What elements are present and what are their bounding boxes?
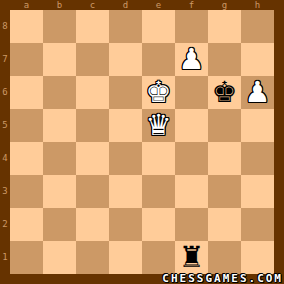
square-h2 — [241, 208, 274, 241]
square-h5 — [241, 109, 274, 142]
square-a4 — [10, 142, 43, 175]
square-a3 — [10, 175, 43, 208]
rank-label-6: 6 — [0, 76, 10, 109]
square-e6: ♚ — [142, 76, 175, 109]
square-g5 — [208, 109, 241, 142]
square-d7 — [109, 43, 142, 76]
file-label-g: g — [208, 0, 241, 10]
square-e2 — [142, 208, 175, 241]
square-f6 — [175, 76, 208, 109]
rank-label-4: 4 — [0, 142, 10, 175]
rank-label-8: 8 — [0, 10, 10, 43]
square-a6 — [10, 76, 43, 109]
file-label-b: b — [43, 0, 76, 10]
square-d5 — [109, 109, 142, 142]
file-labels: abcdefgh — [10, 0, 274, 10]
square-f2 — [175, 208, 208, 241]
file-label-f: f — [175, 0, 208, 10]
square-f1: ♜ — [175, 241, 208, 274]
square-f3 — [175, 175, 208, 208]
square-f5 — [175, 109, 208, 142]
square-g3 — [208, 175, 241, 208]
square-a1 — [10, 241, 43, 274]
white-king: ♚ — [142, 76, 175, 109]
square-g7 — [208, 43, 241, 76]
square-b4 — [43, 142, 76, 175]
rank-label-5: 5 — [0, 109, 10, 142]
square-b3 — [43, 175, 76, 208]
square-a7 — [10, 43, 43, 76]
square-d6 — [109, 76, 142, 109]
square-g2 — [208, 208, 241, 241]
white-pawn: ♟ — [175, 43, 208, 76]
square-e3 — [142, 175, 175, 208]
rank-label-1: 1 — [0, 241, 10, 274]
square-c4 — [76, 142, 109, 175]
black-king: ♚ — [208, 76, 241, 109]
square-g8 — [208, 10, 241, 43]
square-e4 — [142, 142, 175, 175]
black-rook: ♜ — [175, 241, 208, 274]
square-h8 — [241, 10, 274, 43]
square-d8 — [109, 10, 142, 43]
square-e5: ♛ — [142, 109, 175, 142]
square-b6 — [43, 76, 76, 109]
square-g1 — [208, 241, 241, 274]
square-e7 — [142, 43, 175, 76]
file-label-d: d — [109, 0, 142, 10]
white-queen: ♛ — [142, 109, 175, 142]
square-c6 — [76, 76, 109, 109]
square-b2 — [43, 208, 76, 241]
square-d4 — [109, 142, 142, 175]
file-label-h: h — [241, 0, 274, 10]
square-a8 — [10, 10, 43, 43]
square-c5 — [76, 109, 109, 142]
chess-board: ♟♚♚♟♛♜ — [10, 10, 274, 274]
square-e1 — [142, 241, 175, 274]
square-c8 — [76, 10, 109, 43]
square-f4 — [175, 142, 208, 175]
square-h7 — [241, 43, 274, 76]
square-f8 — [175, 10, 208, 43]
square-h4 — [241, 142, 274, 175]
file-label-e: e — [142, 0, 175, 10]
rank-label-7: 7 — [0, 43, 10, 76]
square-b8 — [43, 10, 76, 43]
square-b5 — [43, 109, 76, 142]
white-pawn: ♟ — [241, 76, 274, 109]
rank-label-3: 3 — [0, 175, 10, 208]
file-label-c: c — [76, 0, 109, 10]
square-c2 — [76, 208, 109, 241]
square-h1 — [241, 241, 274, 274]
square-c3 — [76, 175, 109, 208]
square-g6: ♚ — [208, 76, 241, 109]
square-a5 — [10, 109, 43, 142]
square-a2 — [10, 208, 43, 241]
rank-label-2: 2 — [0, 208, 10, 241]
chess-diagram: abcdefgh 87654321 ♟♚♚♟♛♜ CHESSGAMES.COM — [0, 0, 284, 284]
square-d3 — [109, 175, 142, 208]
square-c1 — [76, 241, 109, 274]
square-h3 — [241, 175, 274, 208]
rank-labels: 87654321 — [0, 10, 10, 274]
square-d1 — [109, 241, 142, 274]
square-h6: ♟ — [241, 76, 274, 109]
square-c7 — [76, 43, 109, 76]
square-e8 — [142, 10, 175, 43]
square-b7 — [43, 43, 76, 76]
square-f7: ♟ — [175, 43, 208, 76]
file-label-a: a — [10, 0, 43, 10]
square-g4 — [208, 142, 241, 175]
square-b1 — [43, 241, 76, 274]
watermark: CHESSGAMES.COM — [162, 274, 283, 284]
square-d2 — [109, 208, 142, 241]
